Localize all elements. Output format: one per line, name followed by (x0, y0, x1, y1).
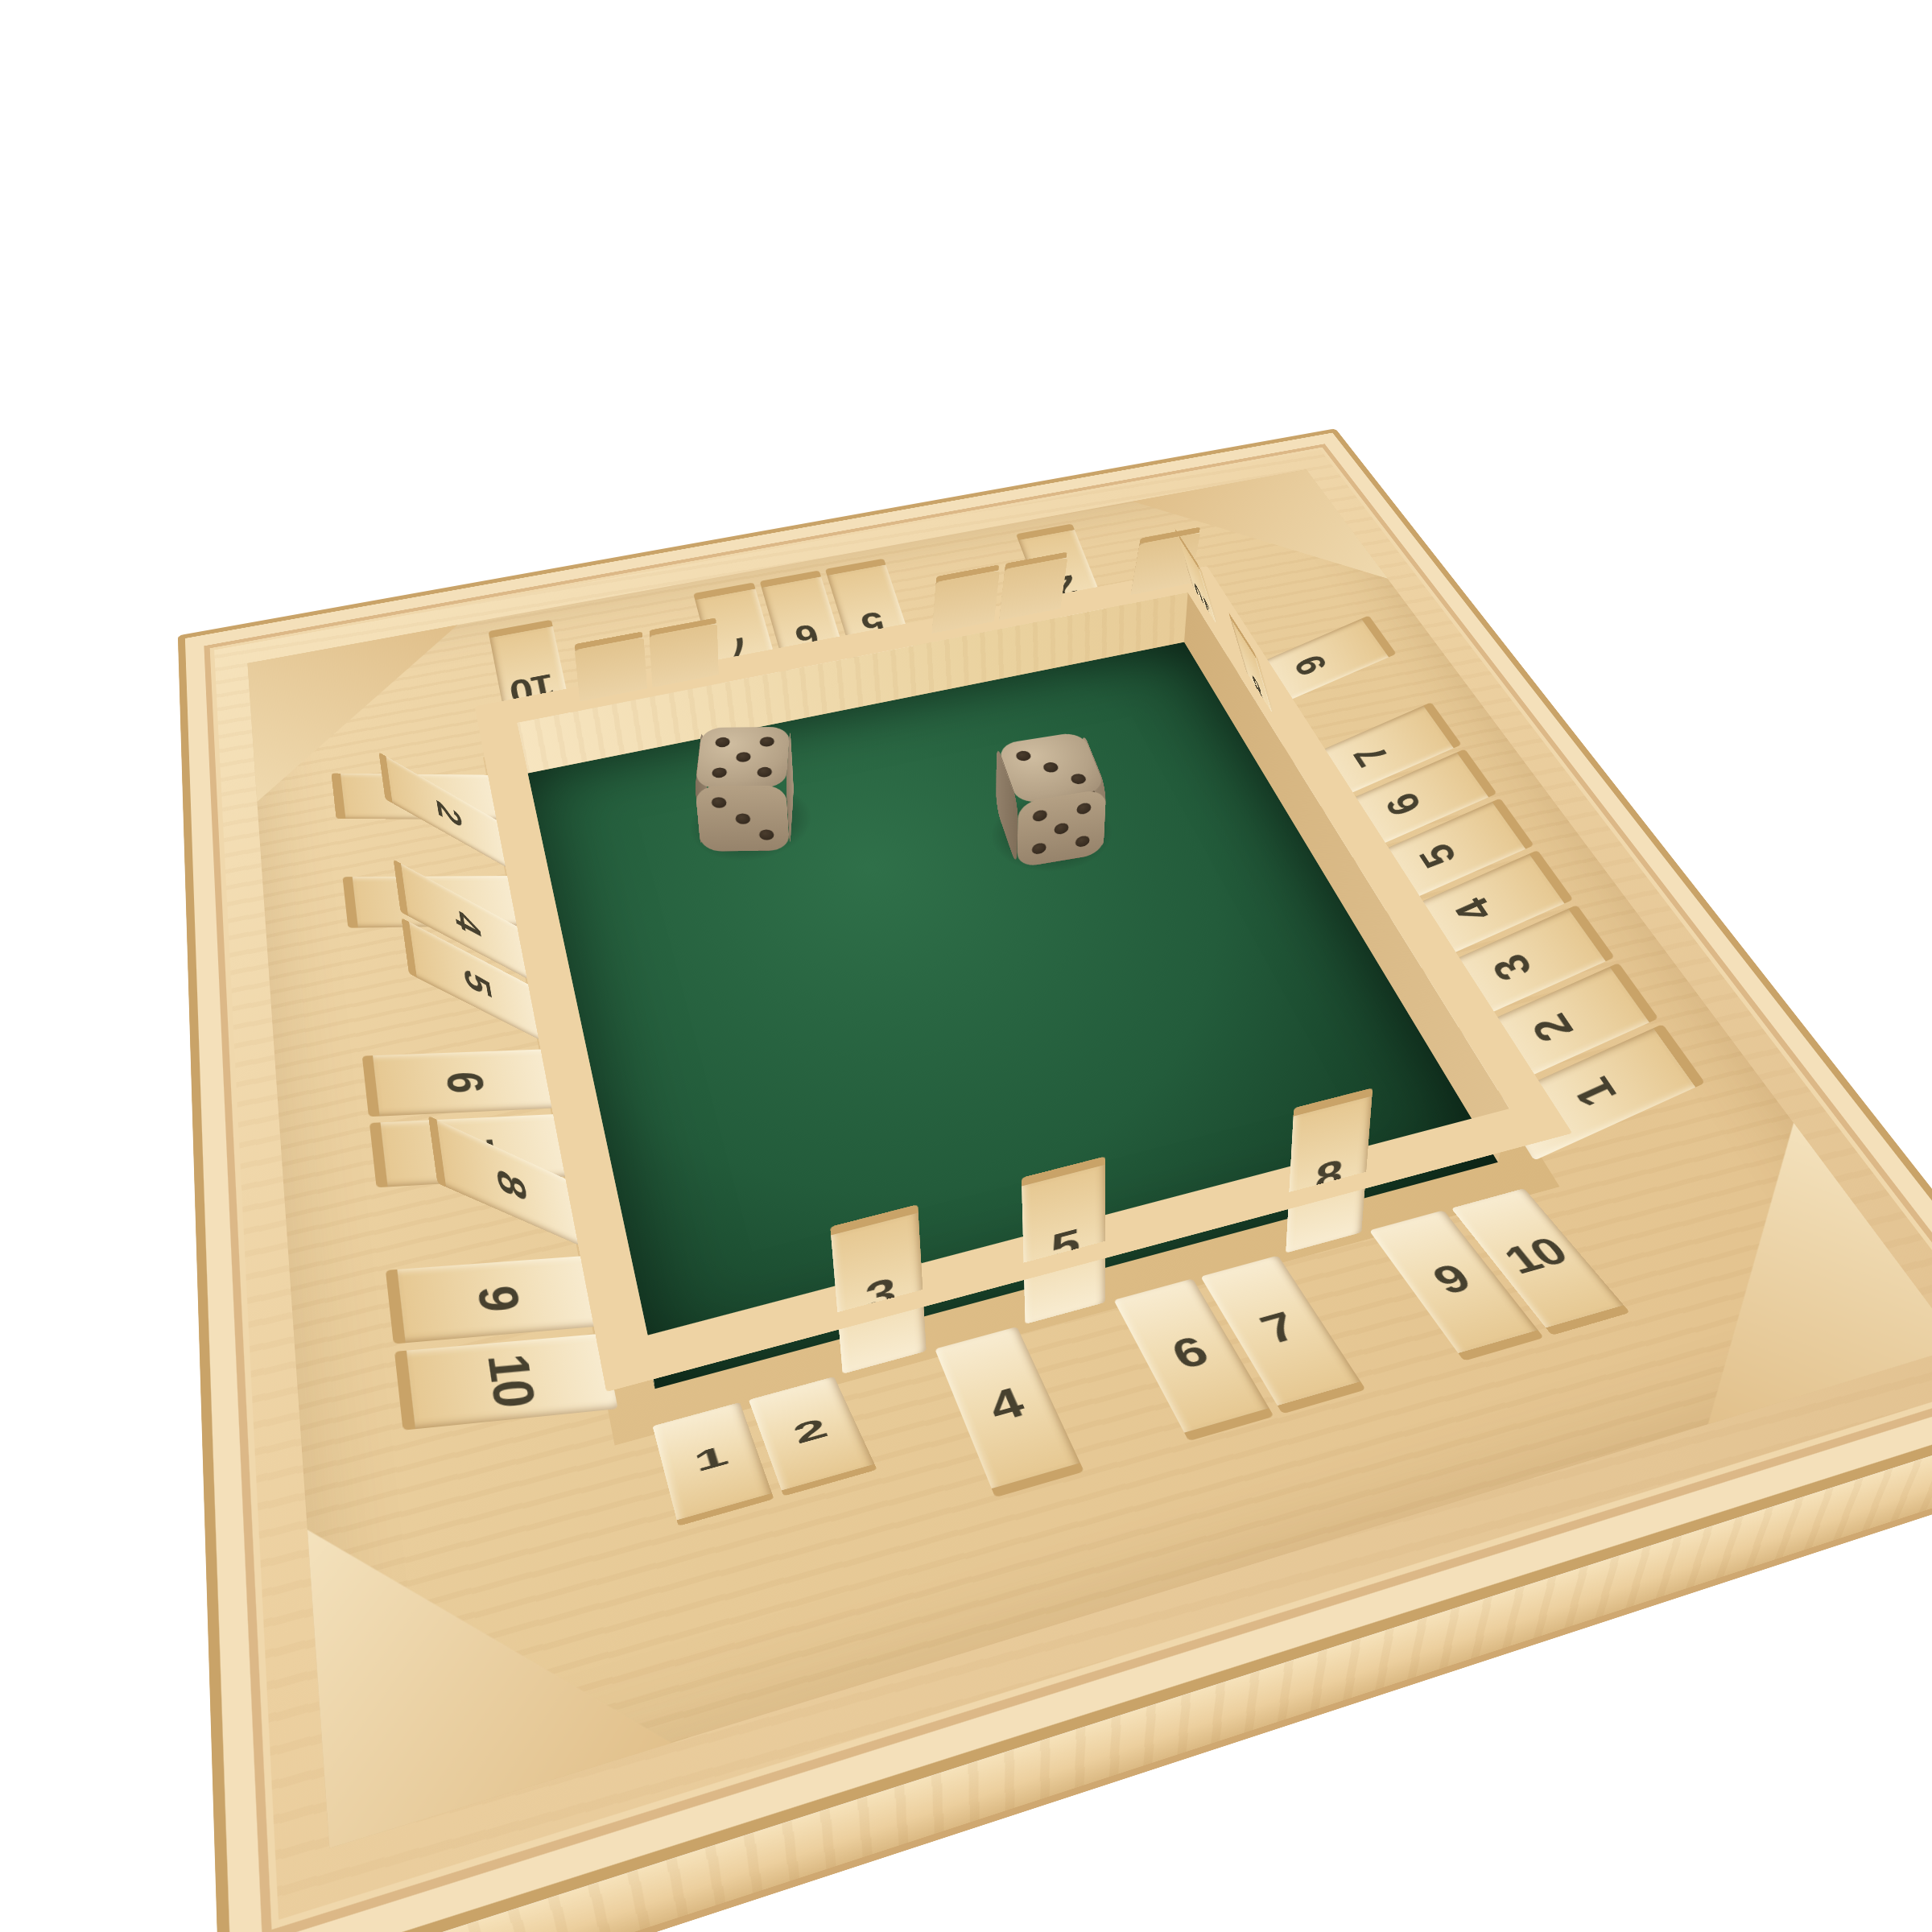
pip (736, 752, 751, 762)
tile-number-7: 7 (1344, 740, 1398, 774)
tile-number-9: 9 (466, 1283, 534, 1312)
tile-front-5[interactable]: 5 (1021, 1156, 1105, 1324)
tile-number-6: 6 (1162, 1327, 1214, 1378)
tile-number-4: 4 (446, 903, 490, 943)
pip (1069, 773, 1088, 785)
pip (715, 737, 730, 747)
game-board: 12345678910 12345678910 12345678910 1234… (178, 428, 1932, 1932)
pip (1014, 750, 1032, 762)
tile-number-8: 8 (488, 1162, 538, 1206)
tile-front-8[interactable]: 8 (1286, 1088, 1373, 1253)
die-1-face-top (695, 727, 790, 789)
tile-number-6: 6 (436, 1071, 497, 1093)
tile-front-3[interactable]: 3 (829, 1204, 926, 1374)
tile-number-6: 6 (1375, 788, 1431, 824)
tile-number-1: 1 (1563, 1071, 1629, 1116)
tile-number-4: 4 (980, 1377, 1029, 1430)
tile-number-10: 10 (1493, 1229, 1576, 1282)
scene: 12345678910 12345678910 12345678910 1234… (0, 0, 1932, 1932)
tile-number-4: 4 (1443, 892, 1503, 931)
tile-number-1: 1 (690, 1439, 730, 1478)
tile-number-9: 9 (1285, 650, 1336, 682)
tile-number-5: 5 (456, 963, 501, 1003)
tile-number-2: 2 (788, 1412, 830, 1450)
tile-number-7: 7 (1251, 1302, 1304, 1352)
tile-number-5: 5 (1409, 839, 1467, 876)
tile-number-3: 3 (1481, 948, 1543, 989)
pip (759, 737, 774, 746)
pip (1042, 762, 1059, 774)
tile-left-6[interactable]: 6 (362, 1049, 559, 1117)
tile-number-9: 9 (1422, 1256, 1479, 1303)
pip (757, 767, 772, 778)
tile-number-10: 10 (476, 1351, 550, 1409)
pip (712, 767, 728, 778)
tile-number-2: 2 (1521, 1009, 1584, 1051)
